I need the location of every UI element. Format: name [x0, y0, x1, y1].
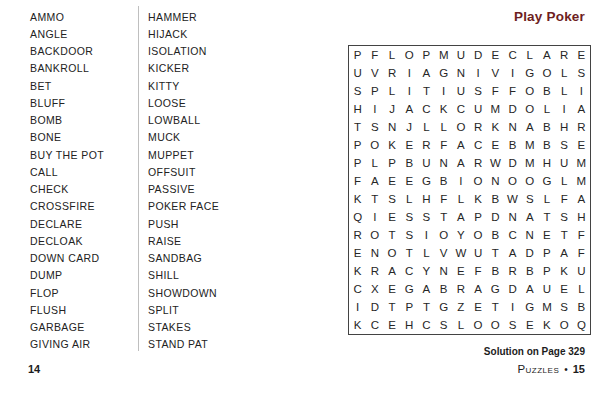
grid-cell[interactable]: S [401, 226, 418, 244]
grid-cell[interactable]: W [487, 154, 504, 172]
grid-cell[interactable]: T [383, 298, 400, 316]
grid-cell[interactable]: B [487, 262, 504, 280]
word-list-column-1: AMMOANGLEBACKDOORBANKROLLBETBLUFFBOMBBON… [30, 8, 134, 353]
grid-cell[interactable]: F [573, 244, 590, 262]
grid-cell[interactable]: S [418, 208, 435, 226]
grid-cell[interactable]: A [418, 280, 435, 298]
grid-cell[interactable]: N [366, 244, 383, 262]
grid-cell[interactable]: G [521, 64, 538, 82]
word-list-item[interactable]: KICKER [148, 60, 258, 77]
page-number-right: Puzzles • 15 [517, 363, 585, 375]
grid-cell[interactable]: L [556, 64, 573, 82]
grid-cell[interactable]: E [538, 226, 555, 244]
grid-cell[interactable]: A [573, 190, 590, 208]
grid-cell[interactable]: A [452, 208, 469, 226]
grid-cell[interactable]: B [487, 190, 504, 208]
grid-cell[interactable]: T [401, 244, 418, 262]
grid-cell[interactable]: P [349, 154, 366, 172]
grid-cell[interactable]: Y [418, 262, 435, 280]
grid-cell[interactable]: L [452, 316, 469, 334]
grid-cell[interactable]: E [556, 280, 573, 298]
grid-cell[interactable]: P [418, 46, 435, 64]
word-list-item[interactable]: BONE [30, 129, 134, 146]
grid-cell[interactable]: G [418, 172, 435, 190]
grid-cell[interactable]: T [435, 208, 452, 226]
grid-cell[interactable]: G [435, 298, 452, 316]
grid-cell[interactable]: F [366, 46, 383, 64]
grid-cell[interactable]: X [366, 280, 383, 298]
grid-cell[interactable]: O [487, 316, 504, 334]
grid-cell[interactable]: H [573, 208, 590, 226]
grid-cell[interactable]: O [366, 136, 383, 154]
grid-cell[interactable]: L [366, 154, 383, 172]
solution-note: Solution on Page 329 [484, 346, 585, 357]
grid-cell[interactable]: O [435, 226, 452, 244]
grid-cell[interactable]: J [383, 100, 400, 118]
grid-cell[interactable]: U [349, 64, 366, 82]
grid-cell[interactable]: O [383, 244, 400, 262]
word-list-item[interactable]: GARBAGE [30, 319, 134, 336]
grid-cell[interactable]: M [538, 298, 555, 316]
grid-cell[interactable]: E [469, 298, 486, 316]
book-spread: AMMOANGLEBACKDOORBANKROLLBETBLUFFBOMBBON… [0, 0, 600, 395]
page-number-left: 14 [28, 363, 40, 375]
grid-cell[interactable]: B [504, 136, 521, 154]
grid-cell[interactable]: U [573, 262, 590, 280]
grid-cell[interactable]: P [538, 244, 555, 262]
grid-cell[interactable]: U [418, 154, 435, 172]
grid-cell[interactable]: C [401, 262, 418, 280]
grid-cell[interactable]: S [349, 82, 366, 100]
word-list-item[interactable]: STAND PAT [148, 336, 258, 353]
grid-cell[interactable]: D [504, 100, 521, 118]
grid-cell[interactable]: T [418, 298, 435, 316]
grid-cell[interactable]: T [538, 208, 555, 226]
grid-cell[interactable]: D [504, 280, 521, 298]
grid-cell[interactable]: A [521, 118, 538, 136]
grid-cell[interactable]: K [349, 190, 366, 208]
grid-cell[interactable]: B [573, 298, 590, 316]
grid-cell[interactable]: L [401, 190, 418, 208]
word-search-grid: PFLOPMUDECLAREUVRIAGNIVIGOLSSPLITIUSFFOB… [348, 45, 591, 335]
grid-cell[interactable]: G [487, 280, 504, 298]
grid-cell[interactable]: I [418, 226, 435, 244]
grid-cell[interactable]: S [401, 208, 418, 226]
page-number-right-value: 15 [573, 363, 585, 375]
word-list-item[interactable]: HAMMER [148, 8, 258, 25]
grid-cell[interactable]: S [573, 64, 590, 82]
grid-cell[interactable]: U [538, 280, 555, 298]
grid-cell[interactable]: L [556, 172, 573, 190]
grid-cell[interactable]: T [556, 226, 573, 244]
grid-cell[interactable]: N [452, 64, 469, 82]
grid-cell[interactable]: L [538, 100, 555, 118]
grid-cell[interactable]: C [504, 46, 521, 64]
grid-cell[interactable]: S [366, 118, 383, 136]
grid-cell[interactable]: E [573, 136, 590, 154]
word-list-item[interactable]: ANGLE [30, 25, 134, 42]
grid-cell[interactable]: A [573, 100, 590, 118]
grid-cell[interactable]: R [452, 280, 469, 298]
word-list-item[interactable]: BOMB [30, 112, 134, 129]
grid-cell[interactable]: F [504, 82, 521, 100]
grid-cell[interactable]: J [401, 118, 418, 136]
grid-cell[interactable]: U [469, 244, 486, 262]
word-list-item[interactable]: DECLARE [30, 215, 134, 232]
grid-cell[interactable]: M [435, 46, 452, 64]
word-list-item[interactable]: STAKES [148, 319, 258, 336]
word-list-item[interactable]: BACKDOOR [30, 43, 134, 60]
grid-cell[interactable]: T [366, 190, 383, 208]
grid-cell[interactable]: L [521, 46, 538, 64]
grid-cell[interactable]: A [383, 262, 400, 280]
grid-cell[interactable]: R [469, 154, 486, 172]
grid-cell[interactable]: D [521, 244, 538, 262]
word-list-item[interactable]: CROSSFIRE [30, 198, 134, 215]
grid-cell[interactable]: F [556, 190, 573, 208]
grid-cell[interactable]: K [383, 136, 400, 154]
grid-cell[interactable]: I [504, 298, 521, 316]
grid-cell[interactable]: E [401, 136, 418, 154]
folio-bullet-icon: • [564, 364, 568, 375]
word-list-item[interactable]: KITTY [148, 77, 258, 94]
grid-cell[interactable]: S [469, 82, 486, 100]
grid-cell[interactable]: R [366, 262, 383, 280]
word-list-item[interactable]: FLOP [30, 284, 134, 301]
grid-cell[interactable]: F [435, 136, 452, 154]
grid-cell[interactable]: L [383, 46, 400, 64]
grid-cell[interactable]: U [556, 154, 573, 172]
grid-cell[interactable]: F [349, 172, 366, 190]
word-list-item[interactable]: BET [30, 77, 134, 94]
grid-cell[interactable]: N [487, 172, 504, 190]
grid-cell[interactable]: B [538, 82, 555, 100]
grid-cell[interactable]: A [521, 280, 538, 298]
grid-cell[interactable]: S [556, 136, 573, 154]
grid-cell[interactable]: R [418, 136, 435, 154]
column-divider [138, 6, 139, 351]
grid-cell[interactable]: N [435, 262, 452, 280]
grid-cell[interactable]: F [573, 226, 590, 244]
grid-cell[interactable]: I [452, 172, 469, 190]
grid-cell[interactable]: A [401, 100, 418, 118]
grid-cell[interactable]: V [487, 64, 504, 82]
grid-cell[interactable]: A [366, 172, 383, 190]
grid-cell[interactable]: W [504, 190, 521, 208]
grid-cell[interactable]: U [469, 100, 486, 118]
word-list-item[interactable]: RAISE [148, 232, 258, 249]
word-list-item[interactable]: BUY THE POT [30, 146, 134, 163]
grid-cell[interactable]: E [383, 208, 400, 226]
grid-cell[interactable]: I [366, 100, 383, 118]
word-list-item[interactable]: SHILL [148, 267, 258, 284]
grid-cell[interactable]: O [521, 172, 538, 190]
grid-cell[interactable]: M [521, 136, 538, 154]
grid-cell[interactable]: S [556, 298, 573, 316]
word-list-item[interactable]: LOOSE [148, 94, 258, 111]
grid-cell[interactable]: Q [349, 208, 366, 226]
grid-cell[interactable]: H [556, 118, 573, 136]
grid-cell[interactable]: R [556, 46, 573, 64]
grid-cell[interactable]: E [487, 136, 504, 154]
grid-cell[interactable]: D [469, 46, 486, 64]
grid-cell[interactable]: A [504, 244, 521, 262]
grid-cell[interactable]: U [452, 82, 469, 100]
grid-cell[interactable]: Q [573, 316, 590, 334]
grid-cell[interactable]: E [383, 280, 400, 298]
grid-cell[interactable]: E [487, 46, 504, 64]
grid-cell[interactable]: T [383, 226, 400, 244]
grid-cell[interactable]: T [487, 298, 504, 316]
grid-cell[interactable]: O [538, 64, 555, 82]
grid-cell[interactable]: I [469, 64, 486, 82]
grid-cell[interactable]: P [401, 298, 418, 316]
word-list-item[interactable]: MUCK [148, 129, 258, 146]
grid-cell[interactable]: M [573, 154, 590, 172]
grid-cell[interactable]: I [504, 64, 521, 82]
grid-cell[interactable]: O [556, 316, 573, 334]
grid-cell[interactable]: O [401, 46, 418, 64]
grid-cell[interactable]: M [487, 100, 504, 118]
grid-cell[interactable]: D [504, 154, 521, 172]
grid-cell[interactable]: F [435, 190, 452, 208]
grid-cell[interactable]: M [521, 154, 538, 172]
grid-cell[interactable]: F [469, 262, 486, 280]
word-list-item[interactable]: SPLIT [148, 301, 258, 318]
grid-cell[interactable]: G [401, 280, 418, 298]
word-list-item[interactable]: LOWBALL [148, 112, 258, 129]
word-list-item[interactable]: HIJACK [148, 25, 258, 42]
grid-cell[interactable]: S [504, 316, 521, 334]
grid-cell[interactable]: S [521, 190, 538, 208]
grid-cell[interactable]: Y [452, 226, 469, 244]
word-list-item[interactable]: MUPPET [148, 146, 258, 163]
grid-cell[interactable]: A [452, 154, 469, 172]
grid-cell[interactable]: I [401, 64, 418, 82]
grid-cell[interactable]: I [556, 100, 573, 118]
grid-cell[interactable]: P [383, 154, 400, 172]
grid-cell[interactable]: L [418, 118, 435, 136]
grid-cell[interactable]: O [521, 100, 538, 118]
word-list-item[interactable]: CALL [30, 163, 134, 180]
word-list-item[interactable]: ISOLATION [148, 43, 258, 60]
grid-cell[interactable]: N [383, 118, 400, 136]
grid-cell[interactable]: O [366, 226, 383, 244]
grid-cell[interactable]: P [349, 46, 366, 64]
grid-cell[interactable]: V [366, 64, 383, 82]
grid-cell[interactable]: I [366, 208, 383, 226]
grid-cell[interactable]: P [538, 262, 555, 280]
grid-cell[interactable]: E [401, 172, 418, 190]
grid-cell[interactable]: R [469, 118, 486, 136]
word-list-item[interactable]: SANDBAG [148, 250, 258, 267]
grid-cell[interactable]: H [418, 190, 435, 208]
grid-cell[interactable]: V [435, 244, 452, 262]
grid-cell[interactable]: L [383, 82, 400, 100]
grid-cell[interactable]: E [383, 172, 400, 190]
grid-cell[interactable]: K [349, 262, 366, 280]
word-list-item[interactable]: AMMO [30, 8, 134, 25]
word-list-item[interactable]: PUSH [148, 215, 258, 232]
word-list-item[interactable]: BANKROLL [30, 60, 134, 77]
grid-cell[interactable]: K [435, 100, 452, 118]
grid-cell[interactable]: R [349, 226, 366, 244]
grid-cell[interactable]: I [573, 82, 590, 100]
word-list-item[interactable]: CHECK [30, 181, 134, 198]
grid-cell[interactable]: G [521, 298, 538, 316]
grid-cell[interactable]: I [435, 82, 452, 100]
grid-cell[interactable]: E [349, 244, 366, 262]
grid-cell[interactable]: R [573, 118, 590, 136]
grid-cell[interactable]: S [556, 208, 573, 226]
word-list-item[interactable]: OFFSUIT [148, 163, 258, 180]
word-list-item[interactable]: POKER FACE [148, 198, 258, 215]
grid-cell[interactable]: R [383, 64, 400, 82]
grid-cell[interactable]: C [452, 100, 469, 118]
word-list-column-2: HAMMERHIJACKISOLATIONKICKERKITTYLOOSELOW… [148, 8, 258, 353]
grid-cell[interactable]: K [349, 316, 366, 334]
grid-cell[interactable]: E [521, 316, 538, 334]
grid-cell[interactable]: B [435, 280, 452, 298]
grid-cell[interactable]: K [538, 316, 555, 334]
grid-cell[interactable]: O [504, 172, 521, 190]
grid-cell[interactable]: S [435, 316, 452, 334]
grid-cell[interactable]: D [366, 298, 383, 316]
grid-cell[interactable]: C [418, 100, 435, 118]
grid-cell[interactable]: O [452, 118, 469, 136]
grid-cell[interactable]: C [469, 136, 486, 154]
word-list-item[interactable]: SHOWDOWN [148, 284, 258, 301]
grid-cell[interactable]: A [556, 244, 573, 262]
grid-cell[interactable]: G [538, 172, 555, 190]
grid-cell[interactable]: F [487, 82, 504, 100]
grid-cell[interactable]: I [401, 82, 418, 100]
word-list-item[interactable]: DECLOAK [30, 232, 134, 249]
grid-cell[interactable]: N [504, 118, 521, 136]
word-list-item[interactable]: FLUSH [30, 301, 134, 318]
grid-cell[interactable]: E [452, 262, 469, 280]
grid-cell[interactable]: N [504, 208, 521, 226]
grid-cell[interactable]: A [418, 64, 435, 82]
grid-cell[interactable]: O [469, 172, 486, 190]
grid-cell[interactable]: K [556, 262, 573, 280]
grid-cell[interactable]: Z [452, 298, 469, 316]
grid-cell[interactable]: A [452, 136, 469, 154]
grid-cell[interactable]: C [349, 280, 366, 298]
grid-cell[interactable]: C [366, 316, 383, 334]
word-list-item[interactable]: BLUFF [30, 94, 134, 111]
grid-cell[interactable]: E [383, 316, 400, 334]
grid-cell[interactable]: T [418, 82, 435, 100]
word-list-item[interactable]: DUMP [30, 267, 134, 284]
grid-cell[interactable]: B [538, 136, 555, 154]
grid-cell[interactable]: B [435, 172, 452, 190]
grid-cell[interactable]: C [504, 226, 521, 244]
grid-cell[interactable]: H [401, 316, 418, 334]
grid-cell[interactable]: L [435, 118, 452, 136]
grid-cell[interactable]: L [538, 190, 555, 208]
grid-cell[interactable]: W [452, 244, 469, 262]
grid-cell[interactable]: O [521, 82, 538, 100]
grid-cell[interactable]: L [418, 244, 435, 262]
grid-cell[interactable]: R [504, 262, 521, 280]
grid-cell[interactable]: M [573, 172, 590, 190]
grid-cell[interactable]: T [487, 244, 504, 262]
grid-cell[interactable]: N [435, 154, 452, 172]
grid-cell[interactable]: A [538, 46, 555, 64]
grid-cell[interactable]: K [487, 118, 504, 136]
grid-cell[interactable]: N [521, 226, 538, 244]
grid-cell[interactable]: D [487, 208, 504, 226]
grid-cell[interactable]: C [418, 316, 435, 334]
grid-cell[interactable]: A [521, 208, 538, 226]
grid-cell[interactable]: A [469, 280, 486, 298]
grid-cell[interactable]: O [469, 316, 486, 334]
grid-cell[interactable]: L [556, 82, 573, 100]
grid-cell[interactable]: H [538, 154, 555, 172]
grid-cell[interactable]: S [383, 190, 400, 208]
grid-cell[interactable]: U [452, 46, 469, 64]
grid-cell[interactable]: E [573, 46, 590, 64]
word-list-item[interactable]: DOWN CARD [30, 250, 134, 267]
puzzle-title: Play Poker [514, 9, 585, 24]
grid-cell[interactable]: B [521, 262, 538, 280]
grid-cell[interactable]: I [349, 298, 366, 316]
grid-cell[interactable]: O [469, 226, 486, 244]
grid-cell[interactable]: G [435, 64, 452, 82]
grid-cell[interactable]: B [487, 226, 504, 244]
grid-cell[interactable]: L [452, 190, 469, 208]
word-list-item[interactable]: GIVING AIR [30, 336, 134, 353]
grid-cell[interactable]: P [469, 208, 486, 226]
grid-cell[interactable]: H [349, 100, 366, 118]
grid-cell[interactable]: B [401, 154, 418, 172]
grid-cell[interactable]: T [349, 118, 366, 136]
grid-cell[interactable]: B [538, 118, 555, 136]
word-list-item[interactable]: PASSIVE [148, 181, 258, 198]
folio-section-label: Puzzles [517, 363, 559, 375]
grid-cell[interactable]: K [469, 190, 486, 208]
grid-cell[interactable]: P [366, 82, 383, 100]
grid-cell[interactable]: P [349, 136, 366, 154]
grid-cell[interactable]: L [573, 280, 590, 298]
